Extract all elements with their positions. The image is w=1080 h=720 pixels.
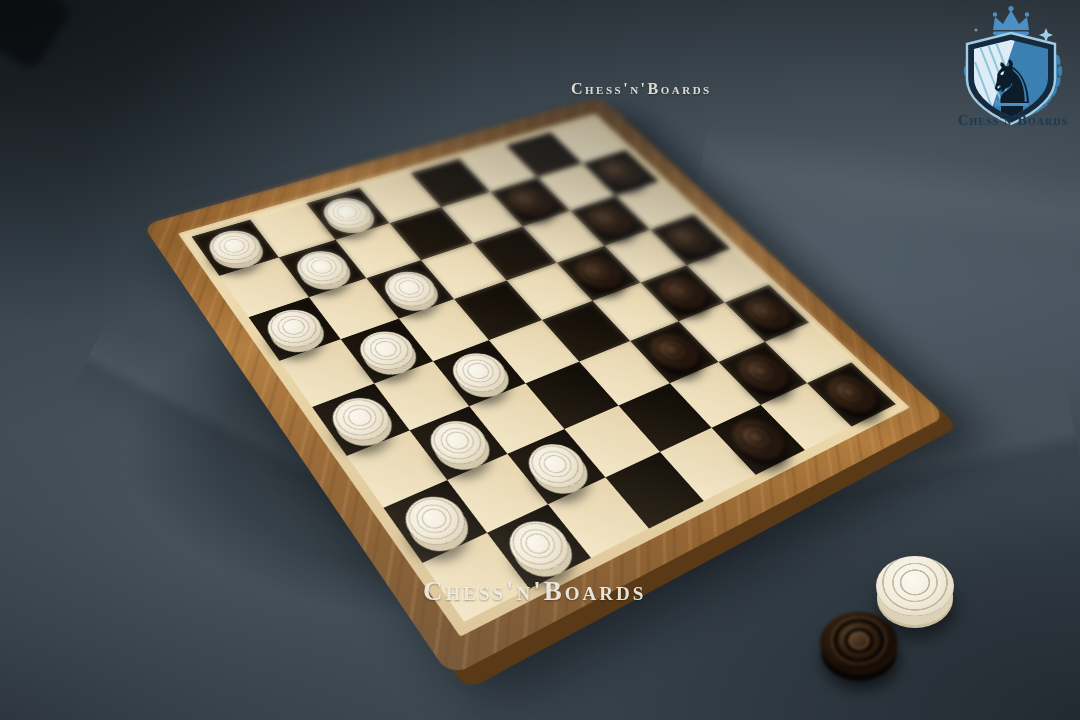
logo-brand-text: Chess'n'Boards (958, 112, 1068, 128)
white-checker-off-board[interactable] (876, 556, 954, 616)
watermark-bottom: Chess'n'Boards (423, 576, 646, 607)
knight-icon: ♞ (985, 47, 1039, 117)
watermark-top: Chess'n'Boards (571, 80, 712, 98)
black-checker-off-board[interactable] (820, 612, 898, 674)
brand-logo: ♞ Chess'n'Boards (945, 4, 1080, 128)
shield-icon: ♞ (967, 33, 1055, 124)
photo-stage: Chess'n'Boards Chess'n'Boards (0, 0, 1080, 720)
star-dot-icon (975, 29, 978, 32)
dark-corner-object (0, 0, 73, 71)
crown-icon (993, 6, 1029, 35)
